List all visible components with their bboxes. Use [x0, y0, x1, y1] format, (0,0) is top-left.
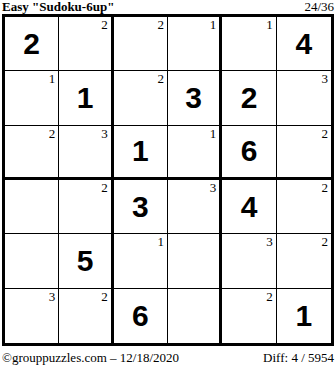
corner-hint: 2: [321, 180, 328, 195]
corner-hint: 2: [266, 289, 273, 304]
cell-r6c3[interactable]: 6: [114, 289, 168, 343]
cell-r4c3[interactable]: 3: [114, 180, 168, 234]
corner-hint: 1: [210, 126, 217, 141]
corner-hint: 2: [157, 17, 164, 32]
corner-hint: 2: [101, 180, 108, 195]
cell-r3c6[interactable]: 2: [277, 126, 331, 180]
cell-r3c3[interactable]: 1: [114, 126, 168, 180]
corner-hint: 1: [49, 71, 56, 86]
footer: ©grouppuzzles.com – 12/18/2020 Diff: 4 /…: [2, 350, 334, 366]
cell-r5c1[interactable]: [5, 234, 59, 288]
given-digit: 1: [77, 83, 94, 113]
cell-r4c5[interactable]: 4: [222, 180, 276, 234]
corner-hint: 2: [321, 126, 328, 141]
given-digit: 2: [23, 29, 40, 59]
cell-r3c4[interactable]: 1: [168, 126, 222, 180]
cell-r1c1[interactable]: 2: [5, 17, 59, 71]
given-digit: 3: [132, 192, 149, 222]
cell-r2c6[interactable]: 3: [277, 71, 331, 125]
corner-hint: 3: [49, 289, 56, 304]
cell-r2c4[interactable]: 3: [168, 71, 222, 125]
cell-r6c2[interactable]: 2: [59, 289, 113, 343]
corner-hint: 3: [210, 180, 217, 195]
cell-r6c4[interactable]: [168, 289, 222, 343]
corner-hint: 2: [101, 289, 108, 304]
corner-hint: 1: [210, 17, 217, 32]
cell-r3c2[interactable]: 3: [59, 126, 113, 180]
corner-hint: 2: [157, 71, 164, 86]
cell-r1c6[interactable]: 4: [277, 17, 331, 71]
given-digit: 1: [132, 136, 149, 166]
sudoku-page: Easy "Sudoku-6up" 24/36 2221141123232311…: [0, 0, 336, 370]
corner-hint: 2: [49, 126, 56, 141]
cell-r5c2[interactable]: 5: [59, 234, 113, 288]
corner-hint: 2: [101, 17, 108, 32]
corner-hint: 3: [101, 126, 108, 141]
cell-r4c6[interactable]: 2: [277, 180, 331, 234]
cell-r6c1[interactable]: 3: [5, 289, 59, 343]
given-digit: 6: [241, 136, 258, 166]
given-digit: 4: [241, 192, 258, 222]
copyright-text: ©grouppuzzles.com – 12/18/2020: [2, 350, 179, 366]
given-digit: 4: [295, 29, 312, 59]
corner-hint: 2: [321, 234, 328, 249]
cell-r5c4[interactable]: [168, 234, 222, 288]
corner-hint: 3: [266, 234, 273, 249]
corner-hint: 3: [321, 71, 328, 86]
cell-r5c6[interactable]: 2: [277, 234, 331, 288]
corner-hint: 1: [157, 234, 164, 249]
cell-r6c5[interactable]: 2: [222, 289, 276, 343]
cell-r3c1[interactable]: 2: [5, 126, 59, 180]
progress-counter: 24/36: [304, 0, 334, 13]
cell-r1c4[interactable]: 1: [168, 17, 222, 71]
given-digit: 2: [241, 83, 258, 113]
cell-r4c4[interactable]: 3: [168, 180, 222, 234]
puzzle-title: Easy "Sudoku-6up": [2, 0, 114, 13]
given-digit: 3: [185, 83, 202, 113]
cell-r2c5[interactable]: 2: [222, 71, 276, 125]
cell-r1c3[interactable]: 2: [114, 17, 168, 71]
given-digit: 5: [77, 246, 94, 276]
header: Easy "Sudoku-6up" 24/36: [2, 0, 334, 13]
cell-r1c2[interactable]: 2: [59, 17, 113, 71]
cell-r4c1[interactable]: [5, 180, 59, 234]
cell-r2c3[interactable]: 2: [114, 71, 168, 125]
difficulty-text: Diff: 4 / 5954: [263, 350, 334, 366]
cell-r2c1[interactable]: 1: [5, 71, 59, 125]
cell-r5c5[interactable]: 3: [222, 234, 276, 288]
cell-r1c5[interactable]: 1: [222, 17, 276, 71]
sudoku-board: 22211411232323116223342513232621: [2, 14, 334, 346]
cell-r2c2[interactable]: 1: [59, 71, 113, 125]
corner-hint: 1: [266, 17, 273, 32]
cell-r6c6[interactable]: 1: [277, 289, 331, 343]
given-digit: 6: [132, 301, 149, 331]
cell-r5c3[interactable]: 1: [114, 234, 168, 288]
cell-r4c2[interactable]: 2: [59, 180, 113, 234]
given-digit: 1: [295, 301, 312, 331]
cell-r3c5[interactable]: 6: [222, 126, 276, 180]
